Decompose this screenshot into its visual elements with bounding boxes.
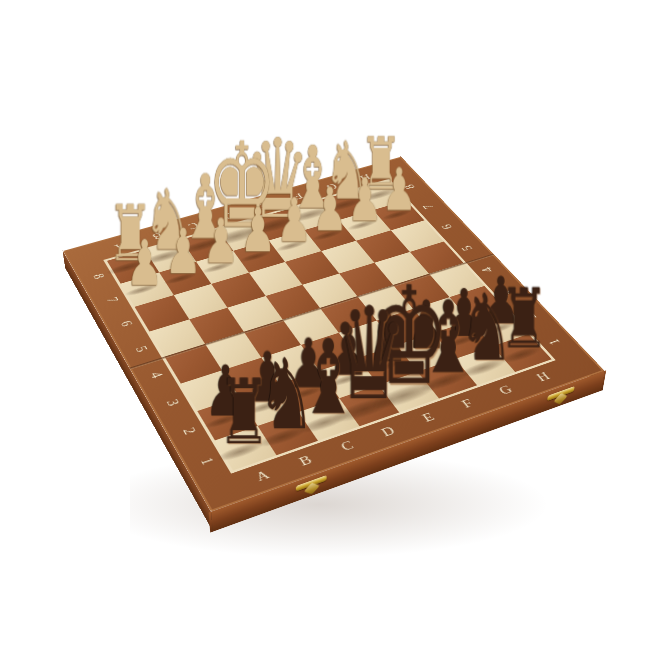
black-rook-a1[interactable]: ♜ bbox=[218, 368, 271, 458]
scene: ABCDEFGH ABCDEFGH 87654321 87654321 ♜♞♝♚… bbox=[0, 0, 650, 650]
